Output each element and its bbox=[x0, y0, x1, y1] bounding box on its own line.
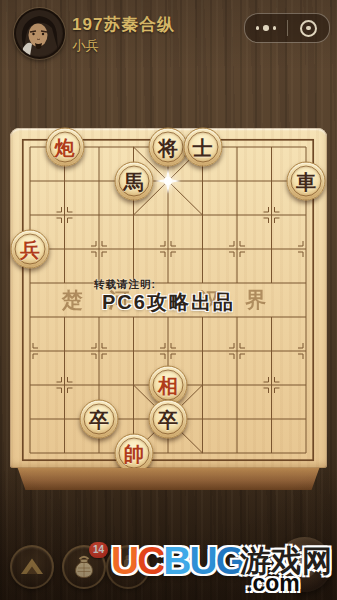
dim-tool-icon bbox=[108, 547, 148, 587]
piece-c9[interactable]: 卒 bbox=[80, 400, 119, 439]
piece-e9[interactable]: 卒 bbox=[149, 400, 188, 439]
collapse-button[interactable] bbox=[10, 545, 54, 589]
footer-bar: 14 bbox=[0, 530, 337, 600]
piece-a4[interactable]: 兵 bbox=[11, 230, 50, 269]
piece-glyph: 兵 bbox=[20, 239, 40, 259]
piece-glyph: 馬 bbox=[124, 171, 144, 191]
page-title: 197苏秦合纵 bbox=[72, 13, 175, 36]
hint-bag-button[interactable]: 14 bbox=[62, 545, 106, 589]
piece-e1[interactable]: 将 bbox=[149, 128, 188, 167]
app-window: 197苏秦合纵 小兵 楚 河 汉 界 炮将士馬車兵相卒卒帥 转载请注明: PC6… bbox=[0, 0, 337, 600]
piece-glyph: 士 bbox=[193, 137, 213, 157]
piece-glyph: 卒 bbox=[89, 409, 109, 429]
piece-glyph: 車 bbox=[296, 171, 316, 191]
next-button[interactable] bbox=[277, 537, 332, 592]
piece-glyph: 帥 bbox=[124, 443, 144, 463]
more-button[interactable] bbox=[245, 14, 287, 42]
header: 197苏秦合纵 小兵 bbox=[0, 0, 337, 70]
piece-glyph: 相 bbox=[158, 375, 178, 395]
close-button[interactable] bbox=[288, 14, 330, 42]
board-front-edge bbox=[13, 468, 324, 490]
page-subtitle: 小兵 bbox=[72, 37, 99, 55]
piece-b1[interactable]: 炮 bbox=[45, 128, 84, 167]
piece-d10[interactable]: 帥 bbox=[114, 434, 153, 473]
chevron-up-icon bbox=[12, 547, 52, 587]
piece-f1[interactable]: 士 bbox=[183, 128, 222, 167]
piece-d2[interactable]: 馬 bbox=[114, 162, 153, 201]
piece-i2[interactable]: 車 bbox=[287, 162, 326, 201]
xiangqi-board[interactable]: 楚 河 汉 界 炮将士馬車兵相卒卒帥 转载请注明: PC6攻略出品 bbox=[10, 128, 327, 468]
hint-count-badge: 14 bbox=[89, 542, 108, 558]
river-watermark-brand: PC6攻略出品 bbox=[102, 289, 235, 316]
dark-sphere-icon bbox=[292, 553, 317, 578]
miniapp-capsule bbox=[244, 13, 330, 43]
piece-glyph: 将 bbox=[158, 137, 178, 157]
tool-button[interactable] bbox=[106, 545, 150, 589]
avatar-portrait bbox=[16, 10, 62, 56]
more-dots-icon bbox=[256, 25, 277, 31]
piece-glyph: 卒 bbox=[158, 409, 178, 429]
piece-glyph: 炮 bbox=[55, 137, 75, 157]
sparkle-effect bbox=[154, 167, 182, 195]
circled-dot-icon bbox=[300, 20, 317, 37]
avatar bbox=[14, 8, 65, 59]
